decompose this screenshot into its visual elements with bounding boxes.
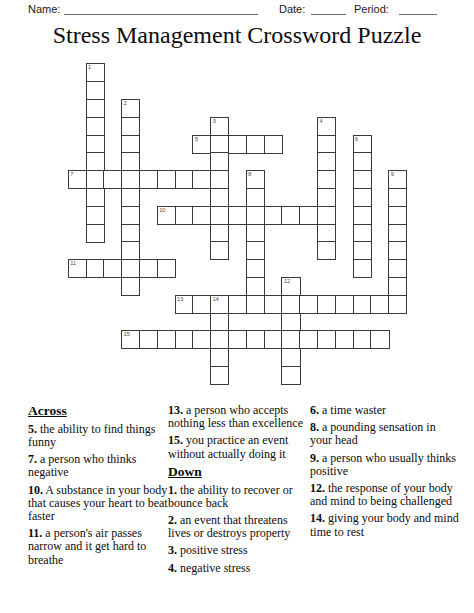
grid-cell[interactable] [228, 295, 247, 314]
grid-cell[interactable] [246, 188, 265, 207]
clue-column-3: 6. a time waster8. a pounding sensation … [310, 404, 460, 543]
grid-cell[interactable]: 11 [68, 259, 87, 278]
clue-entry: 12. the response of your body and mind t… [310, 482, 460, 508]
grid-cell[interactable] [246, 259, 265, 278]
grid-cell[interactable]: 2 [121, 99, 140, 118]
grid-cell[interactable] [281, 206, 300, 225]
clue-entry: 13. a person who accepts nothing less th… [168, 404, 313, 430]
clue-entry-number: 6. [310, 403, 319, 417]
grid-cell[interactable]: 5 [192, 135, 211, 154]
grid-cell[interactable] [281, 330, 300, 349]
clue-entry-number: 11. [28, 526, 42, 540]
grid-cell[interactable] [264, 206, 283, 225]
grid-cell[interactable] [228, 330, 247, 349]
grid-cell[interactable] [335, 330, 354, 349]
grid-cell[interactable] [86, 170, 105, 189]
grid-cell[interactable] [139, 170, 158, 189]
grid-cell[interactable] [121, 188, 140, 207]
grid-cell[interactable] [121, 259, 140, 278]
grid-cell[interactable] [192, 330, 211, 349]
grid-cell[interactable] [353, 241, 372, 260]
clue-entry: 6. a time waster [310, 404, 460, 417]
clue-entry: 8. a pounding sensation in your head [310, 421, 460, 447]
grid-cell-number: 5 [195, 136, 198, 143]
grid-cell[interactable] [317, 152, 336, 171]
grid-cell[interactable] [86, 259, 105, 278]
grid-cell[interactable] [210, 188, 229, 207]
grid-cell[interactable] [317, 170, 336, 189]
clue-column-2: 13. a person who accepts nothing less th… [168, 404, 313, 579]
grid-cell[interactable] [353, 170, 372, 189]
grid-cell[interactable] [353, 259, 372, 278]
grid-cell[interactable] [121, 224, 140, 243]
grid-cell-number: 8 [248, 171, 251, 178]
grid-cell[interactable] [317, 330, 336, 349]
clue-entry-number: 5. [28, 422, 37, 436]
grid-cell[interactable] [86, 152, 105, 171]
grid-cell[interactable] [246, 295, 265, 314]
grid-cell[interactable] [86, 224, 105, 243]
grid-cell[interactable] [228, 206, 247, 225]
grid-cell[interactable] [299, 330, 318, 349]
grid-cell[interactable] [210, 366, 229, 385]
grid-cell[interactable] [353, 330, 372, 349]
clue-entry-number: 2. [168, 513, 177, 527]
grid-cell[interactable] [264, 135, 283, 154]
clue-entry: 2. an event that threatens lives or dest… [168, 514, 313, 540]
clue-entry: 14. giving your body and mind time to re… [310, 512, 460, 538]
grid-cell[interactable] [317, 206, 336, 225]
grid-cell[interactable]: 7 [68, 170, 87, 189]
clue-entry-number: 8. [310, 420, 319, 434]
grid-cell[interactable] [139, 330, 158, 349]
grid-cell[interactable] [210, 170, 229, 189]
grid-cell[interactable] [317, 295, 336, 314]
grid-cell[interactable] [281, 295, 300, 314]
clue-entry: 1. the ability to recover or bounce back [168, 484, 313, 510]
grid-cell[interactable] [192, 206, 211, 225]
grid-cell[interactable] [121, 277, 140, 296]
grid-cell[interactable] [353, 224, 372, 243]
clue-entry: 4. negative stress [168, 562, 313, 575]
grid-cell[interactable] [299, 295, 318, 314]
grid-cell[interactable] [86, 206, 105, 225]
grid-cell-number: 3 [213, 118, 216, 125]
grid-cell[interactable]: 15 [121, 330, 140, 349]
grid-cell[interactable] [246, 241, 265, 260]
clue-column-1: Across5. the ability to find things funn… [28, 404, 169, 571]
grid-cell[interactable] [121, 152, 140, 171]
grid-cell[interactable]: 13 [175, 295, 194, 314]
grid-cell[interactable] [139, 259, 158, 278]
grid-cell-number: 12 [284, 278, 290, 285]
grid-cell[interactable] [121, 241, 140, 260]
grid-cell[interactable] [86, 188, 105, 207]
grid-cell[interactable] [121, 206, 140, 225]
grid-cell[interactable] [175, 206, 194, 225]
grid-cell[interactable] [157, 170, 176, 189]
grid-cell[interactable] [192, 170, 211, 189]
grid-cell[interactable] [353, 188, 372, 207]
grid-cell[interactable] [192, 295, 211, 314]
grid-cell[interactable] [317, 224, 336, 243]
clue-entry-number: 12. [310, 481, 325, 495]
grid-cell[interactable] [86, 117, 105, 136]
grid-cell[interactable] [246, 330, 265, 349]
grid-cell[interactable] [281, 313, 300, 332]
down-heading: Down [168, 465, 313, 480]
grid-cell[interactable] [388, 188, 407, 207]
clue-entry: 3. positive stress [168, 544, 313, 557]
grid-cell[interactable] [86, 99, 105, 118]
clue-entry-number: 1. [168, 483, 177, 497]
grid-cell[interactable] [335, 295, 354, 314]
grid-cell[interactable] [210, 241, 229, 260]
grid-cell[interactable] [103, 170, 122, 189]
grid-cell[interactable]: 9 [388, 170, 407, 189]
grid-cell[interactable] [353, 295, 372, 314]
grid-cell[interactable] [246, 135, 265, 154]
grid-cell[interactable] [103, 259, 122, 278]
grid-cell[interactable] [121, 170, 140, 189]
grid-cell-number: 2 [124, 100, 127, 107]
clue-entry-number: 9. [310, 451, 319, 465]
clue-entry: 5. the ability to find things funny [28, 423, 169, 449]
grid-cell[interactable] [121, 135, 140, 154]
clue-entry-number: 13. [168, 403, 183, 417]
grid-cell[interactable] [370, 330, 389, 349]
grid-cell[interactable] [264, 295, 283, 314]
grid-cell[interactable]: 10 [157, 206, 176, 225]
grid-cell[interactable] [157, 259, 176, 278]
clue-entry: 10. A substance in your body that causes… [28, 484, 169, 524]
grid-cell[interactable] [281, 366, 300, 385]
grid-cell[interactable] [210, 313, 229, 332]
grid-cell[interactable] [175, 330, 194, 349]
grid-cell[interactable] [246, 224, 265, 243]
clue-entry: 7. a person who thinks negative [28, 453, 169, 479]
clue-entry-number: 4. [168, 561, 177, 575]
grid-cell[interactable] [317, 135, 336, 154]
grid-cell[interactable] [210, 224, 229, 243]
grid-cell[interactable]: 12 [281, 277, 300, 296]
grid-cell[interactable] [388, 277, 407, 296]
grid-cell[interactable] [353, 152, 372, 171]
grid-cell[interactable] [388, 241, 407, 260]
grid-cell-number: 1 [88, 64, 91, 71]
grid-cell[interactable]: 3 [210, 117, 229, 136]
grid-cell[interactable] [317, 241, 336, 260]
grid-cell[interactable] [246, 206, 265, 225]
grid-cell[interactable] [299, 206, 318, 225]
grid-cell[interactable]: 14 [210, 295, 229, 314]
grid-cell-number: 13 [177, 296, 183, 303]
grid-cell[interactable]: 8 [246, 170, 265, 189]
grid-cell[interactable] [121, 117, 140, 136]
grid-cell[interactable] [264, 330, 283, 349]
clue-entry-number: 3. [168, 543, 177, 557]
clue-entry: 15. you practice an event without actual… [168, 434, 313, 460]
grid-cell[interactable] [210, 206, 229, 225]
grid-cell[interactable]: 1 [86, 63, 105, 82]
grid-cell-number: 7 [70, 171, 73, 178]
clue-entry: 11. a person's air passes narrow and it … [28, 527, 169, 567]
grid-cell-number: 15 [124, 331, 130, 338]
grid-cell[interactable] [157, 330, 176, 349]
grid-cell-number: 9 [391, 171, 394, 178]
grid-cell-number: 4 [320, 118, 323, 125]
grid-cell[interactable] [388, 224, 407, 243]
grid-cell[interactable] [388, 295, 407, 314]
grid-cell[interactable]: 6 [353, 135, 372, 154]
grid-cell[interactable] [175, 170, 194, 189]
grid-cell[interactable] [86, 135, 105, 154]
clue-entry-number: 15. [168, 433, 183, 447]
grid-cell[interactable] [388, 206, 407, 225]
grid-cell[interactable] [228, 135, 247, 154]
grid-cell-number: 10 [159, 207, 165, 214]
across-heading: Across [28, 404, 169, 419]
grid-cell[interactable] [317, 188, 336, 207]
clue-entry-number: 14. [310, 511, 325, 525]
grid-cell-number: 14 [213, 296, 219, 303]
grid-cell[interactable] [388, 259, 407, 278]
grid-cell-number: 11 [70, 260, 76, 267]
grid-cell[interactable] [86, 81, 105, 100]
grid-cell-number: 6 [355, 136, 358, 143]
grid-cell[interactable] [210, 348, 229, 367]
clue-entry-number: 10. [28, 483, 43, 497]
grid-cell[interactable] [353, 206, 372, 225]
grid-cell[interactable] [210, 330, 229, 349]
clue-entry-number: 7. [28, 452, 37, 466]
grid-cell[interactable] [210, 152, 229, 171]
grid-cell[interactable] [246, 277, 265, 296]
grid-cell[interactable] [210, 135, 229, 154]
worksheet-page: Name: Date: Period: Stress Management Cr… [0, 0, 474, 613]
grid-cell[interactable] [281, 348, 300, 367]
clue-entry: 9. a person who usually thinks positive [310, 452, 460, 478]
crossword-grid: 123456789101112131415 [0, 0, 474, 420]
grid-cell[interactable]: 4 [317, 117, 336, 136]
grid-cell[interactable] [370, 295, 389, 314]
